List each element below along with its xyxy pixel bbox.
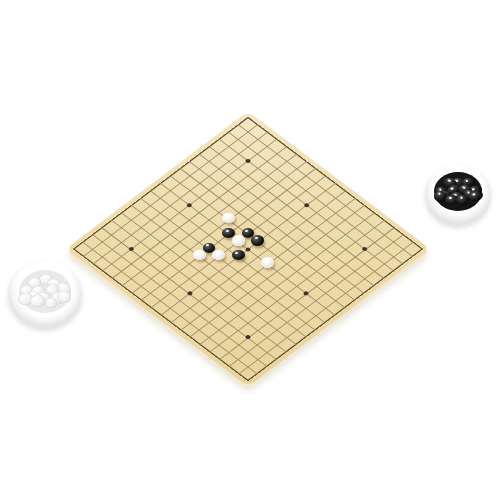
grid-line-horizontal [160, 183, 336, 316]
grid-line-horizontal [189, 161, 365, 294]
star-point [303, 290, 310, 295]
grid-line-vertical [102, 139, 278, 272]
grid-line-vertical [199, 212, 375, 345]
grid-line-horizontal [91, 234, 267, 367]
grid-line-vertical [219, 227, 395, 360]
stone-highlight [460, 196, 463, 199]
star-point [244, 246, 251, 251]
stone-highlight [466, 180, 469, 182]
grid-line-vertical [170, 190, 346, 323]
stone-highlight [48, 300, 51, 302]
grid-line-horizontal [130, 205, 306, 338]
star-point [244, 335, 251, 340]
grid-line-horizontal [218, 139, 394, 272]
grid-line-horizontal [169, 175, 345, 308]
star-point [128, 246, 135, 251]
grid-line-vertical [82, 124, 258, 257]
board-grid [73, 117, 424, 382]
stone-highlight [43, 276, 46, 278]
grid-line-vertical [229, 234, 405, 367]
stone-highlight [472, 193, 475, 196]
grid-line-vertical [180, 198, 356, 331]
grid-line-horizontal [228, 131, 404, 264]
star-point [186, 202, 193, 207]
stone-highlight [23, 287, 26, 289]
go-board [66, 111, 431, 386]
grid-line-horizontal [179, 168, 355, 301]
stone-highlight [450, 187, 453, 190]
grid-line-vertical [141, 168, 317, 301]
grid-line-vertical [190, 205, 366, 338]
star-point [361, 246, 368, 251]
grid-line-vertical [151, 175, 327, 308]
white-stones-bowl [8, 260, 82, 328]
stone-highlight [22, 295, 25, 297]
grid-line-horizontal [199, 153, 375, 286]
grid-line-vertical [131, 161, 307, 294]
grid-line-horizontal [111, 220, 287, 353]
stone-highlight [49, 286, 52, 289]
stone-highlight [32, 280, 35, 282]
grid-line-vertical [112, 146, 288, 279]
product-photo [0, 0, 500, 500]
grid-line-horizontal [82, 242, 258, 375]
black-stones-bowl [425, 164, 491, 225]
grid-line-horizontal [121, 212, 297, 345]
grid-line-horizontal [101, 227, 277, 360]
stone-highlight [34, 298, 37, 300]
grid-line-vertical [121, 153, 297, 286]
stone-highlight [462, 187, 465, 190]
stone-highlight [61, 293, 64, 295]
star-point [186, 290, 193, 295]
grid-line-vertical [209, 220, 385, 353]
grid-line-horizontal [208, 146, 384, 279]
grid-line-vertical [160, 183, 336, 316]
stone-highlight [438, 193, 441, 195]
grid-line-vertical [92, 131, 268, 264]
stone-highlight [447, 179, 450, 182]
grid-line-horizontal [140, 198, 316, 331]
grid-line-horizontal [238, 124, 414, 257]
stone-highlight [35, 288, 38, 290]
star-point [244, 158, 251, 163]
stone-highlight [61, 285, 64, 288]
grid-line-vertical [238, 242, 414, 375]
stone-highlight [449, 197, 452, 199]
stone-highlight [52, 280, 55, 282]
star-point [303, 202, 310, 207]
grid-line-horizontal [150, 190, 326, 323]
